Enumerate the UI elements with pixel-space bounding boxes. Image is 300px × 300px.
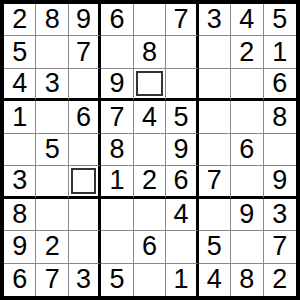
sudoku-cell-r8c2[interactable]: 2 — [36, 231, 68, 263]
sudoku-cell-r4c7[interactable] — [199, 101, 231, 133]
cell-digit: 9 — [110, 70, 125, 97]
cell-digit: 5 — [272, 6, 287, 33]
cell-digit: 6 — [142, 233, 157, 260]
sudoku-cell-r4c5[interactable]: 4 — [134, 101, 166, 133]
cell-digit: 6 — [76, 104, 91, 131]
sudoku-cell-r6c1[interactable]: 3 — [4, 166, 36, 198]
cell-digit: 9 — [12, 233, 27, 260]
sudoku-cell-r8c6[interactable] — [166, 231, 198, 263]
sudoku-cell-r1c6[interactable]: 7 — [166, 4, 198, 36]
cell-digit: 6 — [239, 136, 254, 163]
cell-digit: 3 — [76, 266, 91, 293]
sudoku-cell-r6c5[interactable]: 2 — [134, 166, 166, 198]
cell-digit: 9 — [239, 201, 254, 228]
cell-digit: 3 — [207, 6, 222, 33]
sudoku-board: 2896734557821439616745858963126798493926… — [0, 0, 300, 300]
sudoku-cell-r5c5[interactable] — [134, 134, 166, 166]
sudoku-cell-r5c3[interactable] — [69, 134, 101, 166]
sudoku-cell-r4c2[interactable] — [36, 101, 68, 133]
sudoku-cell-r3c1[interactable]: 4 — [4, 69, 36, 101]
sudoku-cell-r7c5[interactable] — [134, 199, 166, 231]
sudoku-cell-r3c8[interactable] — [231, 69, 263, 101]
sudoku-cell-r2c3[interactable]: 7 — [69, 36, 101, 68]
sudoku-cell-r6c2[interactable] — [36, 166, 68, 198]
sudoku-cell-r2c9[interactable]: 1 — [264, 36, 296, 68]
cell-digit: 3 — [12, 167, 27, 194]
sudoku-cell-r7c3[interactable] — [69, 199, 101, 231]
sudoku-cell-r1c9[interactable]: 5 — [264, 4, 296, 36]
sudoku-cell-r9c1[interactable]: 6 — [4, 264, 36, 296]
cell-digit: 2 — [12, 6, 27, 33]
cell-digit: 8 — [110, 136, 125, 163]
sudoku-cell-r3c9[interactable]: 6 — [264, 69, 296, 101]
cell-digit: 4 — [173, 201, 188, 228]
cell-digit: 2 — [239, 39, 254, 66]
cell-digit: 6 — [272, 70, 287, 97]
sudoku-cell-r3c3[interactable] — [69, 69, 101, 101]
sudoku-cell-r4c3[interactable]: 6 — [69, 101, 101, 133]
sudoku-cell-r1c4[interactable]: 6 — [101, 4, 133, 36]
sudoku-cell-r3c6[interactable] — [166, 69, 198, 101]
sudoku-cell-r4c8[interactable] — [231, 101, 263, 133]
cell-digit: 6 — [110, 6, 125, 33]
sudoku-cell-r8c9[interactable]: 7 — [264, 231, 296, 263]
cell-digit: 3 — [272, 201, 287, 228]
sudoku-cell-r3c4[interactable]: 9 — [101, 69, 133, 101]
sudoku-cell-r9c8[interactable]: 8 — [231, 264, 263, 296]
cell-digit: 5 — [110, 266, 125, 293]
cell-digit: 9 — [173, 136, 188, 163]
cell-digit: 7 — [45, 266, 60, 293]
cell-digit: 1 — [173, 266, 188, 293]
cell-digit: 4 — [239, 6, 254, 33]
sudoku-cell-r7c9[interactable]: 3 — [264, 199, 296, 231]
sudoku-cell-r8c7[interactable]: 5 — [199, 231, 231, 263]
sudoku-cell-r5c9[interactable] — [264, 134, 296, 166]
sudoku-cell-r4c9[interactable]: 8 — [264, 101, 296, 133]
sudoku-cell-r9c5[interactable] — [134, 264, 166, 296]
sudoku-cell-r1c5[interactable] — [134, 4, 166, 36]
sudoku-cell-r9c9[interactable]: 2 — [264, 264, 296, 296]
sudoku-cell-r9c4[interactable]: 5 — [101, 264, 133, 296]
cell-digit: 8 — [142, 39, 157, 66]
sudoku-cell-r2c2[interactable] — [36, 36, 68, 68]
sudoku-cell-r6c4[interactable]: 1 — [101, 166, 133, 198]
cell-digit: 7 — [207, 167, 222, 194]
sudoku-cell-r7c4[interactable] — [101, 199, 133, 231]
sudoku-cell-r5c8[interactable]: 6 — [231, 134, 263, 166]
sudoku-cell-r7c6[interactable]: 4 — [166, 199, 198, 231]
sudoku-cell-r2c1[interactable]: 5 — [4, 36, 36, 68]
sudoku-cell-r7c1[interactable]: 8 — [4, 199, 36, 231]
sudoku-cell-r6c7[interactable]: 7 — [199, 166, 231, 198]
cell-digit: 2 — [142, 167, 157, 194]
sudoku-cell-r4c1[interactable]: 1 — [4, 101, 36, 133]
sudoku-cell-r4c4[interactable]: 7 — [101, 101, 133, 133]
sudoku-cell-r5c7[interactable] — [199, 134, 231, 166]
cell-digit: 2 — [272, 266, 287, 293]
sudoku-cell-r6c3[interactable] — [69, 166, 101, 198]
sudoku-cell-r6c8[interactable] — [231, 166, 263, 198]
cell-digit: 4 — [142, 104, 157, 131]
sudoku-cell-r5c2[interactable]: 5 — [36, 134, 68, 166]
sudoku-cell-r1c2[interactable]: 8 — [36, 4, 68, 36]
cell-digit: 2 — [45, 233, 60, 260]
cell-digit: 7 — [76, 39, 91, 66]
cell-digit: 7 — [272, 233, 287, 260]
sudoku-cell-r8c1[interactable]: 9 — [4, 231, 36, 263]
sudoku-cell-r1c3[interactable]: 9 — [69, 4, 101, 36]
cell-digit: 8 — [272, 104, 287, 131]
cell-digit: 9 — [76, 6, 91, 33]
sudoku-cell-r8c4[interactable] — [101, 231, 133, 263]
cell-digit: 7 — [110, 104, 125, 131]
sudoku-cell-r1c7[interactable]: 3 — [199, 4, 231, 36]
sudoku-cell-r5c4[interactable]: 8 — [101, 134, 133, 166]
sudoku-cell-r6c9[interactable]: 9 — [264, 166, 296, 198]
selected-cell-outline — [136, 71, 163, 96]
sudoku-cell-r6c6[interactable]: 6 — [166, 166, 198, 198]
cell-digit: 8 — [12, 201, 27, 228]
sudoku-cell-r2c4[interactable] — [101, 36, 133, 68]
sudoku-cell-r3c2[interactable]: 3 — [36, 69, 68, 101]
sudoku-cell-r8c5[interactable]: 6 — [134, 231, 166, 263]
sudoku-cell-r1c1[interactable]: 2 — [4, 4, 36, 36]
cell-digit: 5 — [12, 39, 27, 66]
cell-digit: 5 — [207, 233, 222, 260]
cell-digit: 1 — [272, 39, 287, 66]
sudoku-cell-r7c2[interactable] — [36, 199, 68, 231]
sudoku-cell-r1c8[interactable]: 4 — [231, 4, 263, 36]
cell-digit: 4 — [12, 70, 27, 97]
sudoku-cell-r7c7[interactable] — [199, 199, 231, 231]
sudoku-cell-r9c6[interactable]: 1 — [166, 264, 198, 296]
sudoku-cell-r5c6[interactable]: 9 — [166, 134, 198, 166]
cell-digit: 5 — [45, 136, 60, 163]
sudoku-cell-r8c3[interactable] — [69, 231, 101, 263]
cell-digit: 3 — [45, 70, 60, 97]
sudoku-cell-r2c7[interactable] — [199, 36, 231, 68]
cell-digit: 8 — [45, 6, 60, 33]
sudoku-cell-r8c8[interactable] — [231, 231, 263, 263]
sudoku-cell-r2c8[interactable]: 2 — [231, 36, 263, 68]
cell-digit: 1 — [110, 167, 125, 194]
cell-digit: 7 — [173, 6, 188, 33]
cell-digit: 6 — [12, 266, 27, 293]
sudoku-cell-r5c1[interactable] — [4, 134, 36, 166]
selected-cell-outline — [71, 168, 96, 193]
sudoku-cell-r2c6[interactable] — [166, 36, 198, 68]
cell-digit: 8 — [239, 266, 254, 293]
sudoku-cell-r7c8[interactable]: 9 — [231, 199, 263, 231]
sudoku-cell-r3c7[interactable] — [199, 69, 231, 101]
cell-digit: 9 — [272, 167, 287, 194]
cell-digit: 4 — [207, 266, 222, 293]
sudoku-cell-r4c6[interactable]: 5 — [166, 101, 198, 133]
sudoku-cell-r9c2[interactable]: 7 — [36, 264, 68, 296]
cell-digit: 5 — [173, 104, 188, 131]
cell-digit: 1 — [12, 104, 27, 131]
sudoku-cell-r3c5[interactable] — [134, 69, 166, 101]
sudoku-cell-r9c7[interactable]: 4 — [199, 264, 231, 296]
sudoku-cell-r9c3[interactable]: 3 — [69, 264, 101, 296]
cell-digit: 6 — [173, 167, 188, 194]
sudoku-cell-r2c5[interactable]: 8 — [134, 36, 166, 68]
